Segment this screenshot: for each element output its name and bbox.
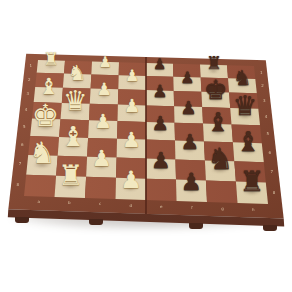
piece-black-bishop: ♝ [206,110,229,136]
piece-black-bishop: ♝ [236,128,261,155]
piece-white-queen: ♛ [63,87,88,114]
piece-white-knight: ♞ [68,63,87,84]
piece-black-pawn: ♟ [151,149,171,171]
piece-black-knight: ♞ [233,67,252,88]
piece-white-pawn: ♟ [91,147,111,169]
piece-white-knight: ♞ [29,139,55,168]
piece-black-pawn: ♟ [181,170,203,194]
piece-black-king: ♚ [204,76,228,103]
piece-white-pawn: ♟ [94,112,112,132]
piece-white-pawn: ♟ [99,55,112,70]
piece-white-pawn: ♟ [124,97,140,115]
piece-white-king: ♚ [32,101,59,132]
piece-white-rook: ♜ [58,162,84,190]
piece-black-rook: ♜ [206,56,222,74]
piece-black-pawn: ♟ [180,99,196,117]
piece-white-rook: ♜ [43,51,59,69]
piece-black-rook: ♜ [239,168,265,196]
pieces-layer: ♜♟♟♜♞♟♟♞♝♟♟♚♛♟♟♛♚♟♟♝♝♟♟♝♞♟♟♞♜♟♟♜ [0,0,292,292]
piece-white-pawn: ♟ [97,81,112,98]
piece-white-bishop: ♝ [38,75,58,97]
piece-black-pawn: ♟ [152,83,167,100]
piece-black-queen: ♛ [233,92,258,119]
chess-set-product-photo: abcdefgh1122334455667788 ♜♟♟♜♞♟♟♞♝♟♟♚♛♟♟… [0,0,292,292]
piece-black-pawn: ♟ [180,132,199,153]
piece-black-pawn: ♟ [152,114,170,134]
piece-white-pawn: ♟ [122,130,141,151]
piece-white-bishop: ♝ [61,122,86,149]
piece-white-pawn: ♟ [125,68,139,84]
piece-black-pawn: ♟ [180,70,194,86]
piece-black-pawn: ♟ [153,57,166,72]
piece-black-knight: ♞ [207,145,233,174]
piece-white-pawn: ♟ [120,168,142,192]
